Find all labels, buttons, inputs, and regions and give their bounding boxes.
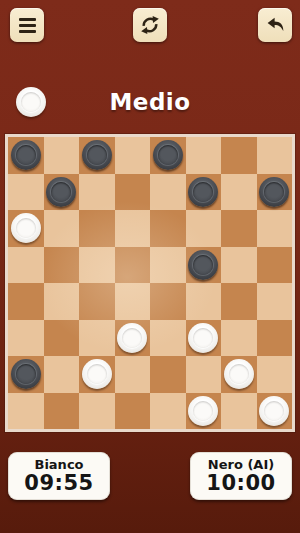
board-cell[interactable] — [186, 210, 222, 247]
board-cell[interactable] — [150, 247, 186, 284]
board-cell[interactable] — [79, 283, 115, 320]
board-cell[interactable] — [186, 356, 222, 393]
white-clock-time: 09:55 — [24, 472, 93, 494]
board-cell[interactable] — [44, 393, 80, 430]
board-cell[interactable] — [150, 356, 186, 393]
board-cell[interactable] — [150, 283, 186, 320]
white-piece[interactable] — [117, 323, 147, 353]
board-cell[interactable] — [44, 320, 80, 357]
white-piece[interactable] — [188, 323, 218, 353]
board-cell[interactable] — [79, 320, 115, 357]
board-cell[interactable] — [221, 247, 257, 284]
black-clock-time: 10:00 — [206, 472, 275, 494]
board-cell[interactable] — [221, 283, 257, 320]
board-cell[interactable] — [221, 320, 257, 357]
black-piece[interactable] — [11, 359, 41, 389]
board-cell[interactable] — [257, 356, 293, 393]
board-cell[interactable] — [115, 320, 151, 357]
black-piece[interactable] — [153, 140, 183, 170]
white-clock-panel: Bianco 09:55 — [8, 452, 110, 500]
board-cell[interactable] — [150, 174, 186, 211]
board-cell[interactable] — [257, 247, 293, 284]
board-cell[interactable] — [79, 137, 115, 174]
board-cell[interactable] — [115, 356, 151, 393]
white-piece[interactable] — [11, 213, 41, 243]
white-piece[interactable] — [259, 396, 289, 426]
board-cell[interactable] — [186, 393, 222, 430]
board-cell[interactable] — [257, 393, 293, 430]
board-cell[interactable] — [257, 174, 293, 211]
board-cell[interactable] — [186, 174, 222, 211]
board-cell[interactable] — [150, 393, 186, 430]
board-cell[interactable] — [8, 320, 44, 357]
board-cell[interactable] — [257, 137, 293, 174]
black-clock-label: Nero (AI) — [208, 458, 274, 473]
board-cell[interactable] — [221, 356, 257, 393]
board-cell[interactable] — [221, 393, 257, 430]
board-cell[interactable] — [115, 247, 151, 284]
black-piece[interactable] — [46, 177, 76, 207]
board-cell[interactable] — [150, 210, 186, 247]
checkers-board[interactable] — [5, 134, 295, 432]
board-cell[interactable] — [221, 137, 257, 174]
white-piece[interactable] — [188, 396, 218, 426]
board-cell[interactable] — [44, 283, 80, 320]
board-cell[interactable] — [115, 174, 151, 211]
black-piece[interactable] — [188, 250, 218, 280]
undo-button[interactable] — [258, 8, 292, 42]
black-clock-panel: Nero (AI) 10:00 — [190, 452, 292, 500]
black-piece[interactable] — [259, 177, 289, 207]
board-cell[interactable] — [221, 210, 257, 247]
board-cell[interactable] — [79, 356, 115, 393]
white-clock-label: Bianco — [34, 458, 83, 473]
white-piece[interactable] — [224, 359, 254, 389]
board-cell[interactable] — [79, 247, 115, 284]
board-cell[interactable] — [115, 137, 151, 174]
board-cell[interactable] — [79, 210, 115, 247]
board-cell[interactable] — [257, 210, 293, 247]
board-cell[interactable] — [44, 247, 80, 284]
board-cell[interactable] — [186, 283, 222, 320]
board-cell[interactable] — [44, 174, 80, 211]
restart-button[interactable] — [133, 8, 167, 42]
board-cell[interactable] — [8, 393, 44, 430]
board-cell[interactable] — [257, 320, 293, 357]
board-cell[interactable] — [186, 320, 222, 357]
board-cell[interactable] — [8, 283, 44, 320]
board-cell[interactable] — [44, 356, 80, 393]
board-cell[interactable] — [79, 393, 115, 430]
menu-button[interactable] — [10, 8, 44, 42]
board-cell[interactable] — [221, 174, 257, 211]
board-cell[interactable] — [8, 174, 44, 211]
board-cell[interactable] — [8, 210, 44, 247]
black-piece[interactable] — [11, 140, 41, 170]
board-cell[interactable] — [115, 393, 151, 430]
black-piece[interactable] — [82, 140, 112, 170]
menu-icon — [19, 18, 36, 33]
board-cell[interactable] — [8, 247, 44, 284]
app-screen: Medio Bianco 09:55 Nero (AI) 10:00 — [0, 0, 300, 533]
board-cell[interactable] — [186, 137, 222, 174]
board-cell[interactable] — [115, 210, 151, 247]
board-cell[interactable] — [150, 137, 186, 174]
white-piece[interactable] — [82, 359, 112, 389]
back-arrow-icon — [265, 15, 286, 36]
refresh-icon — [140, 15, 160, 35]
difficulty-title: Medio — [0, 89, 300, 115]
board-cell[interactable] — [44, 137, 80, 174]
board-cell[interactable] — [8, 356, 44, 393]
board-cell[interactable] — [257, 283, 293, 320]
board-cell[interactable] — [44, 210, 80, 247]
board-cell[interactable] — [115, 283, 151, 320]
board-cell[interactable] — [8, 137, 44, 174]
board-cell[interactable] — [79, 174, 115, 211]
board-cell[interactable] — [186, 247, 222, 284]
board-cell[interactable] — [150, 320, 186, 357]
black-piece[interactable] — [188, 177, 218, 207]
